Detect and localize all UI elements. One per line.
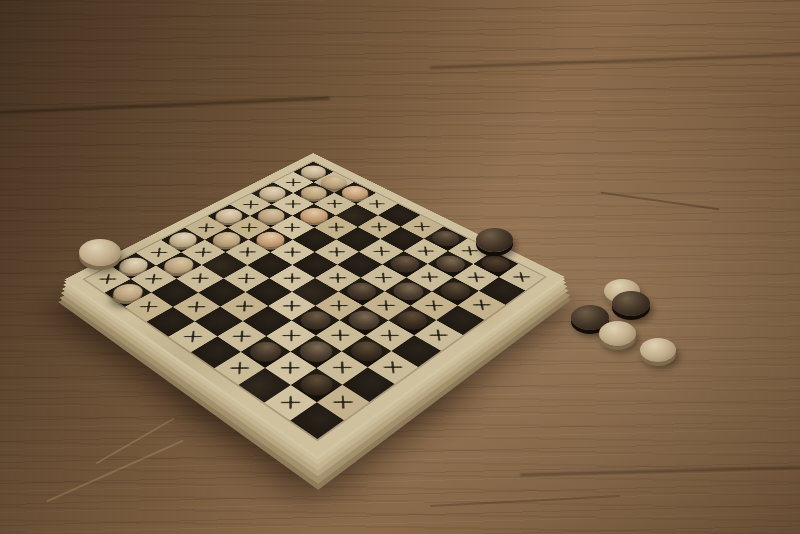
cross-mark-icon bbox=[286, 178, 301, 186]
cross-mark-icon bbox=[425, 300, 443, 311]
wood-scratch bbox=[600, 192, 719, 211]
cross-mark-icon bbox=[233, 330, 252, 342]
checker-piece-dark[interactable] bbox=[476, 228, 513, 252]
cross-mark-icon bbox=[285, 200, 301, 209]
cross-mark-icon bbox=[329, 273, 346, 283]
cross-mark-icon bbox=[332, 361, 351, 374]
cross-mark-icon bbox=[283, 301, 301, 312]
cross-mark-icon bbox=[378, 300, 396, 311]
wood-seam bbox=[520, 466, 800, 476]
cross-mark-icon bbox=[198, 223, 214, 232]
cross-mark-icon bbox=[331, 330, 350, 342]
cross-mark-icon bbox=[239, 247, 256, 257]
cross-mark-icon bbox=[140, 301, 158, 312]
cross-mark-icon bbox=[328, 247, 345, 257]
cross-mark-icon bbox=[284, 247, 301, 257]
cross-mark-icon bbox=[184, 331, 203, 343]
cross-mark-icon bbox=[472, 300, 490, 311]
cross-mark-icon bbox=[383, 361, 402, 374]
cross-mark-icon bbox=[237, 273, 254, 283]
cross-mark-icon bbox=[380, 330, 399, 342]
cross-mark-icon bbox=[188, 301, 206, 312]
cross-mark-icon bbox=[243, 200, 259, 209]
cross-mark-icon bbox=[371, 222, 387, 231]
cross-mark-icon bbox=[429, 329, 448, 341]
cross-mark-icon bbox=[145, 274, 162, 284]
cross-mark-icon bbox=[280, 395, 300, 409]
cross-mark-icon bbox=[282, 330, 301, 342]
cross-mark-icon bbox=[150, 248, 167, 258]
cross-mark-icon bbox=[373, 247, 390, 257]
wood-seam bbox=[0, 97, 330, 115]
cross-mark-icon bbox=[328, 223, 344, 232]
cross-mark-icon bbox=[327, 200, 343, 209]
cross-mark-icon bbox=[513, 272, 530, 282]
photo-scene: Antique hand-painted checkers (draughts)… bbox=[0, 0, 800, 534]
checker-piece-dark[interactable] bbox=[612, 291, 650, 316]
cross-mark-icon bbox=[414, 222, 430, 231]
cross-mark-icon bbox=[191, 273, 208, 283]
cross-mark-icon bbox=[369, 200, 385, 209]
cross-mark-icon bbox=[462, 246, 479, 256]
cross-mark-icon bbox=[283, 273, 300, 283]
wood-scratch bbox=[430, 495, 620, 507]
cross-mark-icon bbox=[230, 362, 249, 375]
cross-mark-icon bbox=[281, 362, 300, 375]
cross-mark-icon bbox=[375, 273, 392, 283]
cross-mark-icon bbox=[421, 272, 438, 282]
cross-mark-icon bbox=[467, 272, 484, 282]
cross-mark-icon bbox=[284, 223, 300, 232]
cross-mark-icon bbox=[330, 300, 348, 311]
wood-seam bbox=[430, 53, 800, 68]
cross-mark-icon bbox=[99, 274, 117, 284]
cross-mark-icon bbox=[333, 395, 353, 409]
cross-mark-icon bbox=[417, 246, 434, 256]
cross-mark-icon bbox=[235, 301, 253, 312]
cross-mark-icon bbox=[241, 223, 257, 232]
checker-piece-light[interactable] bbox=[640, 338, 676, 362]
checker-piece-light[interactable] bbox=[599, 321, 636, 346]
checker-piece-light[interactable] bbox=[79, 239, 121, 266]
cross-mark-icon bbox=[195, 248, 212, 258]
